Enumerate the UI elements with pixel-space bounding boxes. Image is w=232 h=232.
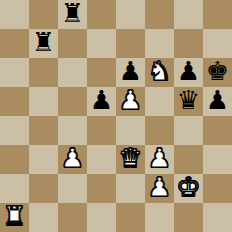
square-e8[interactable] — [116, 0, 145, 29]
square-b2[interactable] — [29, 174, 58, 203]
square-e1[interactable] — [116, 203, 145, 232]
square-h3[interactable] — [203, 145, 232, 174]
square-a1[interactable]: ♜ — [0, 203, 29, 232]
square-a5[interactable] — [0, 87, 29, 116]
chess-board: ♜♜♟♞♟♚♟♟♛♟♟♛♟♟♚♜ — [0, 0, 232, 232]
square-f6[interactable]: ♞ — [145, 58, 174, 87]
square-d1[interactable] — [87, 203, 116, 232]
square-f1[interactable] — [145, 203, 174, 232]
square-c4[interactable] — [58, 116, 87, 145]
square-c3[interactable]: ♟ — [58, 145, 87, 174]
square-h1[interactable] — [203, 203, 232, 232]
square-b5[interactable] — [29, 87, 58, 116]
square-b7[interactable]: ♜ — [29, 29, 58, 58]
square-g4[interactable] — [174, 116, 203, 145]
square-g7[interactable] — [174, 29, 203, 58]
square-d2[interactable] — [87, 174, 116, 203]
white-rook[interactable]: ♜ — [3, 203, 26, 231]
square-e5[interactable]: ♟ — [116, 87, 145, 116]
square-e3[interactable]: ♛ — [116, 145, 145, 174]
square-c6[interactable] — [58, 58, 87, 87]
square-f5[interactable] — [145, 87, 174, 116]
square-h6[interactable]: ♚ — [203, 58, 232, 87]
square-a3[interactable] — [0, 145, 29, 174]
square-g6[interactable]: ♟ — [174, 58, 203, 87]
square-d8[interactable] — [87, 0, 116, 29]
square-f8[interactable] — [145, 0, 174, 29]
black-rook[interactable]: ♜ — [32, 29, 55, 57]
square-d5[interactable]: ♟ — [87, 87, 116, 116]
square-d6[interactable] — [87, 58, 116, 87]
square-c1[interactable] — [58, 203, 87, 232]
square-f4[interactable] — [145, 116, 174, 145]
black-pawn[interactable]: ♟ — [177, 58, 200, 86]
white-pawn[interactable]: ♟ — [61, 145, 84, 173]
square-c7[interactable] — [58, 29, 87, 58]
black-rook[interactable]: ♜ — [61, 0, 84, 28]
square-h4[interactable] — [203, 116, 232, 145]
square-e6[interactable]: ♟ — [116, 58, 145, 87]
black-queen[interactable]: ♛ — [177, 87, 200, 115]
square-a2[interactable] — [0, 174, 29, 203]
square-b4[interactable] — [29, 116, 58, 145]
square-f2[interactable]: ♟ — [145, 174, 174, 203]
square-b8[interactable] — [29, 0, 58, 29]
square-h2[interactable] — [203, 174, 232, 203]
square-c5[interactable] — [58, 87, 87, 116]
square-a6[interactable] — [0, 58, 29, 87]
square-f3[interactable]: ♟ — [145, 145, 174, 174]
black-pawn[interactable]: ♟ — [206, 87, 229, 115]
square-d7[interactable] — [87, 29, 116, 58]
square-d4[interactable] — [87, 116, 116, 145]
square-e2[interactable] — [116, 174, 145, 203]
white-knight[interactable]: ♞ — [148, 58, 171, 86]
square-b3[interactable] — [29, 145, 58, 174]
square-g5[interactable]: ♛ — [174, 87, 203, 116]
square-a8[interactable] — [0, 0, 29, 29]
black-pawn[interactable]: ♟ — [90, 87, 113, 115]
white-pawn[interactable]: ♟ — [148, 145, 171, 173]
square-h8[interactable] — [203, 0, 232, 29]
square-h5[interactable]: ♟ — [203, 87, 232, 116]
black-king[interactable]: ♚ — [206, 58, 229, 86]
square-b6[interactable] — [29, 58, 58, 87]
white-pawn[interactable]: ♟ — [148, 174, 171, 202]
square-a7[interactable] — [0, 29, 29, 58]
square-g8[interactable] — [174, 0, 203, 29]
square-a4[interactable] — [0, 116, 29, 145]
square-c8[interactable]: ♜ — [58, 0, 87, 29]
square-e4[interactable] — [116, 116, 145, 145]
square-g1[interactable] — [174, 203, 203, 232]
black-pawn[interactable]: ♟ — [119, 58, 142, 86]
square-f7[interactable] — [145, 29, 174, 58]
square-h7[interactable] — [203, 29, 232, 58]
square-b1[interactable] — [29, 203, 58, 232]
white-king[interactable]: ♚ — [177, 174, 200, 202]
square-c2[interactable] — [58, 174, 87, 203]
square-g2[interactable]: ♚ — [174, 174, 203, 203]
white-pawn[interactable]: ♟ — [119, 87, 142, 115]
white-queen[interactable]: ♛ — [119, 145, 142, 173]
square-d3[interactable] — [87, 145, 116, 174]
square-e7[interactable] — [116, 29, 145, 58]
square-g3[interactable] — [174, 145, 203, 174]
